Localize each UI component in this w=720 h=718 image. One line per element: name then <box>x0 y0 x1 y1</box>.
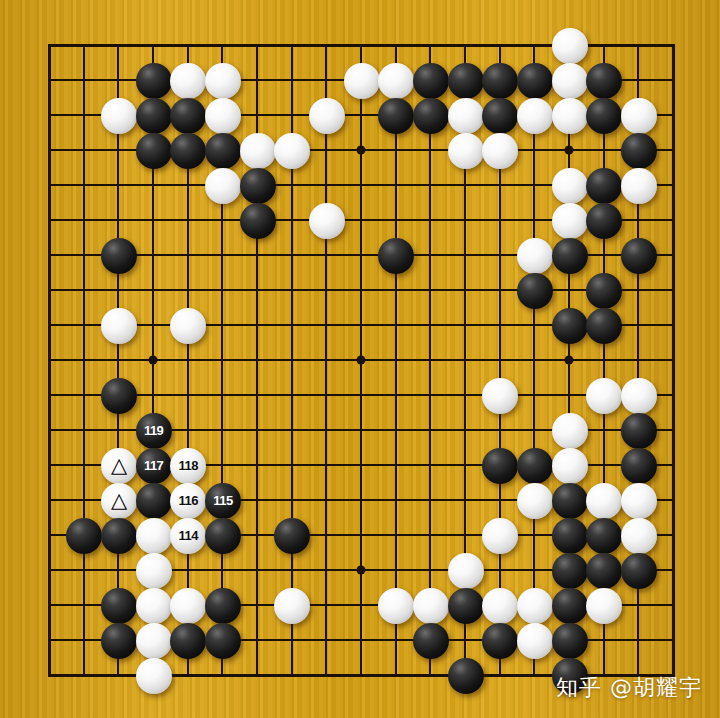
black-stone <box>586 308 622 344</box>
white-stone <box>517 588 553 624</box>
black-stone <box>170 133 206 169</box>
white-stone <box>274 133 310 169</box>
white-stone: 116 <box>170 483 206 519</box>
white-stone <box>621 518 657 554</box>
black-stone <box>586 553 622 589</box>
watermark: 知乎 @胡耀宇 <box>556 673 702 703</box>
white-stone <box>552 28 588 64</box>
black-stone <box>586 168 622 204</box>
white-stone <box>482 518 518 554</box>
black-stone <box>170 98 206 134</box>
black-stone <box>101 623 137 659</box>
white-stone <box>517 98 553 134</box>
white-stone <box>552 98 588 134</box>
white-stone: 114 <box>170 518 206 554</box>
black-stone <box>136 63 172 99</box>
black-stone <box>205 518 241 554</box>
move-number-label: 117 <box>136 448 172 484</box>
white-stone <box>552 63 588 99</box>
black-stone <box>552 483 588 519</box>
black-stone <box>482 448 518 484</box>
white-stone <box>482 588 518 624</box>
white-stone <box>240 133 276 169</box>
white-stone <box>586 378 622 414</box>
white-stone <box>586 588 622 624</box>
triangle-mark: △ <box>101 483 137 519</box>
black-stone <box>448 658 484 694</box>
white-stone: 118 <box>170 448 206 484</box>
white-stone <box>552 203 588 239</box>
white-stone: △ <box>101 483 137 519</box>
white-stone <box>101 98 137 134</box>
white-stone <box>621 378 657 414</box>
black-stone <box>621 413 657 449</box>
white-stone <box>378 63 414 99</box>
white-stone <box>448 98 484 134</box>
black-stone <box>205 588 241 624</box>
white-stone <box>552 448 588 484</box>
black-stone <box>136 133 172 169</box>
white-stone <box>482 133 518 169</box>
black-stone: 119 <box>136 413 172 449</box>
white-stone <box>309 98 345 134</box>
white-stone <box>517 238 553 274</box>
white-stone <box>552 168 588 204</box>
black-stone <box>101 238 137 274</box>
move-number-label: 114 <box>170 518 206 554</box>
triangle-mark: △ <box>101 448 137 484</box>
black-stone <box>205 623 241 659</box>
white-stone <box>309 203 345 239</box>
white-stone <box>517 623 553 659</box>
white-stone <box>274 588 310 624</box>
white-stone <box>448 133 484 169</box>
black-stone <box>586 518 622 554</box>
move-number-label: 116 <box>170 483 206 519</box>
white-stone <box>136 553 172 589</box>
black-stone <box>448 63 484 99</box>
black-stone <box>517 448 553 484</box>
white-stone <box>136 518 172 554</box>
black-stone <box>621 133 657 169</box>
white-stone <box>517 483 553 519</box>
white-stone <box>482 378 518 414</box>
black-stone <box>586 203 622 239</box>
move-number-label: 118 <box>170 448 206 484</box>
black-stone <box>240 168 276 204</box>
black-stone <box>552 238 588 274</box>
white-stone <box>101 308 137 344</box>
black-stone <box>101 518 137 554</box>
white-stone: △ <box>101 448 137 484</box>
black-stone <box>66 518 102 554</box>
black-stone <box>621 553 657 589</box>
black-stone: 115 <box>205 483 241 519</box>
black-stone <box>517 63 553 99</box>
black-stone <box>101 378 137 414</box>
white-stone <box>413 588 449 624</box>
black-stone <box>136 98 172 134</box>
white-stone <box>448 553 484 589</box>
black-stone <box>378 238 414 274</box>
black-stone <box>378 98 414 134</box>
black-stone <box>552 518 588 554</box>
white-stone <box>170 588 206 624</box>
black-stone <box>621 448 657 484</box>
black-stone <box>482 63 518 99</box>
black-stone <box>517 273 553 309</box>
black-stone <box>552 308 588 344</box>
black-stone <box>136 483 172 519</box>
black-stone <box>586 98 622 134</box>
white-stone <box>205 168 241 204</box>
black-stone <box>413 63 449 99</box>
white-stone <box>621 168 657 204</box>
white-stone <box>586 483 622 519</box>
white-stone <box>621 483 657 519</box>
black-stone <box>482 623 518 659</box>
white-stone <box>621 98 657 134</box>
black-stone <box>482 98 518 134</box>
black-stone <box>170 623 206 659</box>
black-stone <box>552 588 588 624</box>
white-stone <box>552 413 588 449</box>
black-stone <box>552 553 588 589</box>
white-stone <box>205 98 241 134</box>
black-stone <box>413 98 449 134</box>
white-stone <box>378 588 414 624</box>
black-stone <box>240 203 276 239</box>
black-stone <box>448 588 484 624</box>
black-stone <box>205 133 241 169</box>
go-board: 119△117118△116115114 <box>32 28 691 693</box>
black-stone <box>274 518 310 554</box>
go-diagram: 119△117118△116115114 知乎 @胡耀宇 <box>0 0 720 718</box>
white-stone <box>205 63 241 99</box>
white-stone <box>344 63 380 99</box>
black-stone <box>101 588 137 624</box>
black-stone: 117 <box>136 448 172 484</box>
black-stone <box>552 623 588 659</box>
white-stone <box>136 588 172 624</box>
black-stone <box>413 623 449 659</box>
white-stone <box>136 623 172 659</box>
move-number-label: 119 <box>136 413 172 449</box>
white-stone <box>170 63 206 99</box>
black-stone <box>586 273 622 309</box>
white-stone <box>136 658 172 694</box>
black-stone <box>621 238 657 274</box>
move-number-label: 115 <box>205 483 241 519</box>
black-stone <box>586 63 622 99</box>
white-stone <box>170 308 206 344</box>
